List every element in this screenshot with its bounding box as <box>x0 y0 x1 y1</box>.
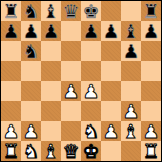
square-g7[interactable]: ♝ <box>121 21 141 41</box>
square-b4[interactable] <box>21 81 41 101</box>
square-c8[interactable]: ♝ <box>41 1 61 21</box>
square-e3[interactable] <box>81 101 101 121</box>
piece-black-pawn: ♟ <box>102 21 119 41</box>
piece-white-queen: ♛ <box>62 141 79 161</box>
square-d2[interactable] <box>61 121 81 141</box>
piece-black-bishop: ♝ <box>122 21 139 41</box>
square-h1[interactable]: ♜ <box>141 141 161 161</box>
square-g2[interactable]: ♝ <box>121 121 141 141</box>
square-e2[interactable]: ♞ <box>81 121 101 141</box>
square-d4[interactable]: ♟ <box>61 81 81 101</box>
square-d5[interactable] <box>61 61 81 81</box>
square-e8[interactable]: ♚ <box>81 1 101 21</box>
square-f7[interactable]: ♟ <box>101 21 121 41</box>
square-d3[interactable] <box>61 101 81 121</box>
square-a5[interactable] <box>1 61 21 81</box>
piece-white-pawn: ♟ <box>62 81 79 101</box>
square-b5[interactable] <box>21 61 41 81</box>
square-g6[interactable]: ♟ <box>121 41 141 61</box>
piece-white-knight: ♞ <box>22 141 39 161</box>
piece-white-pawn: ♟ <box>22 121 39 141</box>
square-h7[interactable]: ♟ <box>141 21 161 41</box>
square-d8[interactable]: ♛ <box>61 1 81 21</box>
square-a8[interactable]: ♜ <box>1 1 21 21</box>
piece-white-king: ♚ <box>82 141 99 161</box>
square-h2[interactable]: ♟ <box>141 121 161 141</box>
square-g8[interactable] <box>121 1 141 21</box>
square-h8[interactable]: ♜ <box>141 1 161 21</box>
piece-black-bishop: ♝ <box>42 1 59 21</box>
piece-black-queen: ♛ <box>62 1 79 21</box>
square-g5[interactable] <box>121 61 141 81</box>
square-f8[interactable] <box>101 1 121 21</box>
chess-board-frame: ♜♞♝♛♚♜♟♟♟♟♟♝♟♞♟♟♟♟♟♟♞♟♝♟♜♞♝♛♚♜ <box>0 0 162 162</box>
piece-black-pawn: ♟ <box>82 21 99 41</box>
piece-black-king: ♚ <box>82 1 99 21</box>
square-a3[interactable] <box>1 101 21 121</box>
piece-white-pawn: ♟ <box>142 121 159 141</box>
piece-black-pawn: ♟ <box>22 21 39 41</box>
square-g3[interactable]: ♟ <box>121 101 141 121</box>
piece-black-rook: ♜ <box>142 1 159 21</box>
square-b2[interactable]: ♟ <box>21 121 41 141</box>
square-b3[interactable] <box>21 101 41 121</box>
square-d7[interactable] <box>61 21 81 41</box>
piece-white-rook: ♜ <box>142 141 159 161</box>
piece-white-bishop: ♝ <box>122 121 139 141</box>
square-h6[interactable] <box>141 41 161 61</box>
piece-black-pawn: ♟ <box>142 21 159 41</box>
square-b6[interactable]: ♞ <box>21 41 41 61</box>
piece-black-pawn: ♟ <box>2 21 19 41</box>
square-c1[interactable]: ♝ <box>41 141 61 161</box>
piece-white-rook: ♜ <box>2 141 19 161</box>
piece-black-pawn: ♟ <box>122 41 139 61</box>
piece-black-knight: ♞ <box>22 1 39 21</box>
chess-board: ♜♞♝♛♚♜♟♟♟♟♟♝♟♞♟♟♟♟♟♟♞♟♝♟♜♞♝♛♚♜ <box>1 1 161 161</box>
square-f5[interactable] <box>101 61 121 81</box>
square-g4[interactable] <box>121 81 141 101</box>
piece-black-pawn: ♟ <box>42 21 59 41</box>
square-f2[interactable]: ♟ <box>101 121 121 141</box>
square-c3[interactable] <box>41 101 61 121</box>
square-e4[interactable]: ♟ <box>81 81 101 101</box>
piece-white-pawn: ♟ <box>122 101 139 121</box>
piece-black-knight: ♞ <box>22 41 39 61</box>
square-h4[interactable] <box>141 81 161 101</box>
square-e5[interactable] <box>81 61 101 81</box>
square-c6[interactable] <box>41 41 61 61</box>
square-a1[interactable]: ♜ <box>1 141 21 161</box>
square-h5[interactable] <box>141 61 161 81</box>
piece-white-pawn: ♟ <box>2 121 19 141</box>
square-d6[interactable] <box>61 41 81 61</box>
square-d1[interactable]: ♛ <box>61 141 81 161</box>
square-g1[interactable] <box>121 141 141 161</box>
square-a2[interactable]: ♟ <box>1 121 21 141</box>
square-f4[interactable] <box>101 81 121 101</box>
square-c4[interactable] <box>41 81 61 101</box>
piece-black-rook: ♜ <box>2 1 19 21</box>
piece-white-knight: ♞ <box>82 121 99 141</box>
square-a6[interactable] <box>1 41 21 61</box>
square-c2[interactable] <box>41 121 61 141</box>
piece-white-bishop: ♝ <box>42 141 59 161</box>
square-b7[interactable]: ♟ <box>21 21 41 41</box>
square-b1[interactable]: ♞ <box>21 141 41 161</box>
piece-white-pawn: ♟ <box>102 121 119 141</box>
square-f6[interactable] <box>101 41 121 61</box>
square-e7[interactable]: ♟ <box>81 21 101 41</box>
square-b8[interactable]: ♞ <box>21 1 41 21</box>
square-f3[interactable] <box>101 101 121 121</box>
square-f1[interactable] <box>101 141 121 161</box>
square-e6[interactable] <box>81 41 101 61</box>
square-h3[interactable] <box>141 101 161 121</box>
piece-white-pawn: ♟ <box>82 81 99 101</box>
square-a4[interactable] <box>1 81 21 101</box>
square-e1[interactable]: ♚ <box>81 141 101 161</box>
square-c7[interactable]: ♟ <box>41 21 61 41</box>
square-a7[interactable]: ♟ <box>1 21 21 41</box>
square-c5[interactable] <box>41 61 61 81</box>
